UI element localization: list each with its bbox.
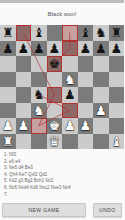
square-b4[interactable] [16,87,32,103]
move-line: 1. Nf3 [4,152,124,159]
square-g5[interactable] [93,72,109,88]
piece-white-king: ♚ [47,118,63,134]
move-line: 5. Kd2 g3 Bg2 Bxh1 Nc2 [4,178,124,185]
piece-black-king: ♚ [47,56,63,72]
piece-black-rook: ♜ [0,25,16,41]
square-d3[interactable] [47,103,63,119]
square-c2[interactable] [31,118,47,134]
square-d1[interactable]: ♛ [47,134,63,150]
square-h8[interactable]: ♜ [109,25,125,41]
square-h7[interactable]: ♟ [109,41,125,57]
square-c5[interactable] [31,72,47,88]
piece-black-bishop: ♝ [78,25,94,41]
square-g3[interactable]: ♟ [93,103,109,119]
piece-black-knight: ♞ [31,87,47,103]
square-g6[interactable] [93,56,109,72]
square-d5[interactable] [47,72,63,88]
square-e5[interactable]: ♞ [62,72,78,88]
piece-black-pawn: ♟ [16,41,32,57]
square-h6[interactable] [109,56,125,72]
square-a6[interactable] [0,56,16,72]
square-f5[interactable] [78,72,94,88]
square-b6[interactable] [16,56,32,72]
piece-black-pawn: ♟ [47,41,63,57]
chess-board[interactable]: ♜♝♝♞♜♟♟♟♟♟♟♟♚♞♞♟♞♟♟♟♚♟♟♜♛♝ [0,25,124,149]
square-b7[interactable]: ♟ [16,41,32,57]
game-result-title: Black won! [47,11,76,17]
square-d4[interactable] [47,87,63,103]
square-c3[interactable]: ♞ [31,103,47,119]
square-a1[interactable]: ♜ [0,134,16,150]
square-f1[interactable] [78,134,94,150]
piece-white-pawn: ♟ [0,118,16,134]
square-a8[interactable]: ♜ [0,25,16,41]
square-d6[interactable]: ♚ [47,56,63,72]
piece-white-queen: ♛ [47,134,63,150]
square-b8[interactable] [16,25,32,41]
square-a2[interactable]: ♟ [0,118,16,134]
square-f3[interactable] [78,103,94,119]
square-e8[interactable] [62,25,78,41]
square-f7[interactable]: ♟ [78,41,94,57]
square-b5[interactable] [16,72,32,88]
square-g2[interactable] [93,118,109,134]
square-e7[interactable] [62,41,78,57]
title-bar: Black won! [0,3,124,25]
square-e3[interactable] [62,103,78,119]
square-e4[interactable]: ♟ [62,87,78,103]
square-a5[interactable] [0,72,16,88]
move-line: 2. e6 e4 [4,159,124,166]
square-a7[interactable]: ♟ [0,41,16,57]
square-c6[interactable] [31,56,47,72]
square-b1[interactable] [16,134,32,150]
square-b3[interactable] [16,103,32,119]
square-g1[interactable] [93,134,109,150]
move-line: 3. Ne5 d4 Be3 [4,165,124,172]
square-a4[interactable] [0,87,16,103]
square-c8[interactable]: ♝ [31,25,47,41]
piece-black-pawn: ♟ [109,41,125,57]
square-f4[interactable] [78,87,94,103]
piece-black-pawn: ♟ [62,87,78,103]
square-c1[interactable] [31,134,47,150]
piece-white-knight: ♞ [31,103,47,119]
move-line: 7. [4,192,124,199]
piece-white-pawn: ♟ [16,118,32,134]
piece-black-bishop: ♝ [31,25,47,41]
piece-white-pawn: ♟ [78,118,94,134]
square-g7[interactable]: ♟ [93,41,109,57]
square-b2[interactable]: ♟ [16,118,32,134]
piece-black-pawn: ♟ [78,41,94,57]
square-h2[interactable] [109,118,125,134]
square-h5[interactable] [109,72,125,88]
move-list: 1. Nf3 2. e6 e4 3. Ne5 d4 Be3 4. Qh4 Ke7… [0,150,124,198]
move-line: 6. Nc6 Nxd4 Kd6 Nxc2 Nxe3 Nc4 [4,185,124,192]
button-row: NEW GAME UNDO [0,202,124,217]
piece-black-pawn: ♟ [31,41,47,57]
square-c7[interactable]: ♟ [31,41,47,57]
square-g4[interactable] [93,87,109,103]
square-a3[interactable] [0,103,16,119]
square-e2[interactable]: ♟ [62,118,78,134]
piece-white-knight: ♞ [62,72,78,88]
piece-black-knight: ♞ [93,25,109,41]
piece-black-pawn: ♟ [93,41,109,57]
piece-black-pawn: ♟ [0,41,16,57]
square-g8[interactable]: ♞ [93,25,109,41]
piece-white-bishop: ♝ [109,134,125,150]
square-f2[interactable]: ♟ [78,118,94,134]
move-line: 4. Qh4 Ke7 Qxf2 Qd1 [4,172,124,179]
new-game-button[interactable]: NEW GAME [2,203,86,217]
square-f6[interactable] [78,56,94,72]
square-h3[interactable] [109,103,125,119]
piece-white-pawn: ♟ [93,103,109,119]
square-d7[interactable]: ♟ [47,41,63,57]
square-f8[interactable]: ♝ [78,25,94,41]
square-c4[interactable]: ♞ [31,87,47,103]
square-h1[interactable]: ♝ [109,134,125,150]
piece-white-pawn: ♟ [62,118,78,134]
square-h4[interactable] [109,87,125,103]
square-e6[interactable] [62,56,78,72]
undo-button[interactable]: UNDO [93,203,122,217]
square-d2[interactable]: ♚ [47,118,63,134]
piece-black-rook: ♜ [109,25,125,41]
piece-white-rook: ♜ [0,134,16,150]
square-d8[interactable] [47,25,63,41]
square-e1[interactable] [62,134,78,150]
